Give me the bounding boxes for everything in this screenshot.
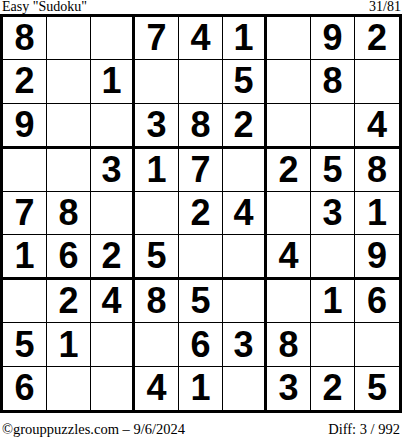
cell-r5c3[interactable] (91, 192, 135, 235)
cell-r5c4[interactable] (135, 192, 179, 235)
progress-counter: 31/81 (369, 0, 401, 14)
cell-r4c5[interactable]: 7 (179, 149, 223, 192)
cell-r6c1[interactable]: 1 (3, 235, 47, 280)
cell-r9c4[interactable]: 4 (135, 367, 179, 410)
cell-r8c7[interactable]: 8 (267, 323, 311, 366)
cell-r3c6[interactable]: 2 (223, 104, 267, 149)
cell-r7c9[interactable]: 6 (355, 280, 399, 323)
cell-r7c5[interactable]: 5 (179, 280, 223, 323)
cell-r3c4[interactable]: 3 (135, 104, 179, 149)
cell-r4c8[interactable]: 5 (311, 149, 355, 192)
cell-r7c6[interactable] (223, 280, 267, 323)
cell-r5c6[interactable]: 4 (223, 192, 267, 235)
cell-r2c8[interactable]: 8 (311, 60, 355, 103)
cell-r3c3[interactable] (91, 104, 135, 149)
cell-r4c1[interactable] (3, 149, 47, 192)
cell-r1c7[interactable] (267, 17, 311, 60)
cell-r9c2[interactable] (47, 367, 91, 410)
cell-r5c2[interactable]: 8 (47, 192, 91, 235)
cell-r2c9[interactable] (355, 60, 399, 103)
cell-r6c6[interactable] (223, 235, 267, 280)
header: Easy "Sudoku" 31/81 (0, 0, 402, 14)
cell-r5c1[interactable]: 7 (3, 192, 47, 235)
cell-r4c3[interactable]: 3 (91, 149, 135, 192)
cell-r7c3[interactable]: 4 (91, 280, 135, 323)
cell-r2c3[interactable]: 1 (91, 60, 135, 103)
cell-r2c7[interactable] (267, 60, 311, 103)
cell-r3c7[interactable] (267, 104, 311, 149)
cell-r9c7[interactable]: 3 (267, 367, 311, 410)
cell-r3c8[interactable] (311, 104, 355, 149)
cell-r2c6[interactable]: 5 (223, 60, 267, 103)
cell-r8c1[interactable]: 5 (3, 323, 47, 366)
cell-r3c9[interactable]: 4 (355, 104, 399, 149)
cell-r2c4[interactable] (135, 60, 179, 103)
cell-r5c5[interactable]: 2 (179, 192, 223, 235)
cell-r1c3[interactable] (91, 17, 135, 60)
cell-r6c3[interactable]: 2 (91, 235, 135, 280)
cell-r4c7[interactable]: 2 (267, 149, 311, 192)
cell-r6c7[interactable]: 4 (267, 235, 311, 280)
cell-r9c5[interactable]: 1 (179, 367, 223, 410)
cell-r5c7[interactable] (267, 192, 311, 235)
cell-r7c1[interactable] (3, 280, 47, 323)
copyright-text: ©grouppuzzles.com – 9/6/2024 (2, 421, 185, 437)
page-title: Easy "Sudoku" (2, 0, 87, 14)
cell-r4c2[interactable] (47, 149, 91, 192)
cell-r9c8[interactable]: 2 (311, 367, 355, 410)
cell-r9c1[interactable]: 6 (3, 367, 47, 410)
cell-r6c8[interactable] (311, 235, 355, 280)
cell-r7c7[interactable] (267, 280, 311, 323)
cell-r7c2[interactable]: 2 (47, 280, 91, 323)
cell-r6c4[interactable]: 5 (135, 235, 179, 280)
cell-r8c9[interactable] (355, 323, 399, 366)
cell-r1c5[interactable]: 4 (179, 17, 223, 60)
footer: ©grouppuzzles.com – 9/6/2024 Diff: 3 / 9… (0, 413, 402, 437)
cell-r6c9[interactable]: 9 (355, 235, 399, 280)
cell-r4c6[interactable] (223, 149, 267, 192)
difficulty-text: Diff: 3 / 992 (328, 421, 400, 437)
cell-r8c6[interactable]: 3 (223, 323, 267, 366)
sudoku-grid: 8741922158938243172587824311625492485165… (0, 14, 402, 413)
cell-r2c5[interactable] (179, 60, 223, 103)
cell-r2c2[interactable] (47, 60, 91, 103)
cell-r4c9[interactable]: 8 (355, 149, 399, 192)
cell-r6c5[interactable] (179, 235, 223, 280)
cell-r8c2[interactable]: 1 (47, 323, 91, 366)
cell-r8c8[interactable] (311, 323, 355, 366)
cell-r5c9[interactable]: 1 (355, 192, 399, 235)
cell-r9c3[interactable] (91, 367, 135, 410)
cell-r8c3[interactable] (91, 323, 135, 366)
cell-r4c4[interactable]: 1 (135, 149, 179, 192)
cell-r6c2[interactable]: 6 (47, 235, 91, 280)
cell-r3c5[interactable]: 8 (179, 104, 223, 149)
cell-r7c4[interactable]: 8 (135, 280, 179, 323)
cell-r8c5[interactable]: 6 (179, 323, 223, 366)
cell-r2c1[interactable]: 2 (3, 60, 47, 103)
cell-r3c2[interactable] (47, 104, 91, 149)
cell-r8c4[interactable] (135, 323, 179, 366)
cell-r1c4[interactable]: 7 (135, 17, 179, 60)
cell-r7c8[interactable]: 1 (311, 280, 355, 323)
cell-r9c6[interactable] (223, 367, 267, 410)
cell-r5c8[interactable]: 3 (311, 192, 355, 235)
cell-r9c9[interactable]: 5 (355, 367, 399, 410)
cell-r1c8[interactable]: 9 (311, 17, 355, 60)
cell-r1c1[interactable]: 8 (3, 17, 47, 60)
puzzle-page: Easy "Sudoku" 31/81 87419221589382431725… (0, 0, 402, 437)
cell-r1c6[interactable]: 1 (223, 17, 267, 60)
cell-r3c1[interactable]: 9 (3, 104, 47, 149)
cell-r1c2[interactable] (47, 17, 91, 60)
cell-r1c9[interactable]: 2 (355, 17, 399, 60)
